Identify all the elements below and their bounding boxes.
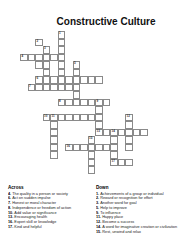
grid-cell[interactable] (73, 84, 81, 92)
grid-cell[interactable] (88, 159, 96, 167)
grid-cell[interactable] (80, 114, 88, 122)
grid-cell[interactable] (118, 159, 126, 167)
grid-cell[interactable] (95, 76, 103, 84)
grid-cell[interactable]: 7 (28, 84, 36, 92)
grid-cell[interactable] (80, 76, 88, 84)
cell-number: 7 (29, 85, 31, 88)
grid-cell[interactable] (118, 129, 126, 137)
clue-item: 17. Kind and helpful (8, 225, 92, 230)
grid-cell[interactable]: 2 (35, 39, 43, 47)
grid-cell[interactable] (103, 129, 111, 137)
crossword-grid: 1234567891011121314151617 (20, 31, 148, 174)
grid-cell[interactable] (58, 69, 66, 77)
grid-cell[interactable] (28, 54, 36, 62)
grid-cell[interactable] (65, 84, 73, 92)
cell-number: 9 (97, 100, 99, 103)
grid-cell[interactable] (95, 114, 103, 122)
grid-cell[interactable] (58, 61, 66, 69)
grid-cell[interactable] (88, 144, 96, 152)
grid-cell[interactable] (58, 76, 66, 84)
grid-cell[interactable] (125, 129, 133, 137)
grid-cell[interactable] (73, 144, 81, 152)
grid-cell[interactable] (110, 144, 118, 152)
grid-cell[interactable]: 11 (50, 114, 58, 122)
grid-cell[interactable] (103, 99, 111, 107)
grid-cell[interactable] (50, 54, 58, 62)
grid-cell[interactable] (110, 151, 118, 159)
crossword-page: Constructive Culture 1234567891011121314… (0, 0, 188, 243)
grid-cell[interactable] (73, 91, 81, 99)
grid-cell[interactable] (58, 84, 66, 92)
grid-cell[interactable] (125, 159, 133, 167)
grid-cell[interactable]: 5 (73, 61, 81, 69)
grid-cell[interactable] (88, 114, 96, 122)
puzzle-title: Constructive Culture (12, 16, 188, 27)
grid-cell[interactable] (88, 166, 96, 174)
cell-number: 11 (52, 115, 55, 118)
cell-number: 3 (44, 47, 46, 50)
grid-cell[interactable] (50, 76, 58, 84)
grid-cell[interactable] (58, 54, 66, 62)
across-header: Across (8, 185, 92, 190)
grid-cell[interactable] (80, 144, 88, 152)
grid-cell[interactable]: 9 (95, 99, 103, 107)
grid-cell[interactable] (73, 99, 81, 107)
grid-cell[interactable] (140, 129, 148, 137)
down-list: 1. Achievements of a group or individual… (96, 192, 184, 235)
cell-number: 16 (67, 145, 70, 148)
cell-number: 17 (112, 160, 115, 163)
grid-cell[interactable] (43, 61, 51, 69)
grid-cell[interactable] (58, 39, 66, 47)
grid-cell[interactable] (73, 69, 81, 77)
grid-cell[interactable] (58, 46, 66, 54)
across-clues: Across 4. The quality in a person or soc… (8, 185, 92, 230)
grid-cell[interactable] (65, 76, 73, 84)
grid-cell[interactable] (43, 54, 51, 62)
cell-number: 8 (59, 100, 61, 103)
grid-cell[interactable] (95, 121, 103, 129)
grid-cell[interactable] (35, 61, 43, 69)
grid-cell[interactable] (50, 144, 58, 152)
grid-cell[interactable] (65, 114, 73, 122)
cell-number: 2 (37, 40, 39, 43)
cell-number: 15 (89, 137, 92, 140)
grid-cell[interactable] (35, 54, 43, 62)
grid-cell[interactable] (125, 121, 133, 129)
grid-cell[interactable] (50, 151, 58, 159)
grid-cell[interactable] (43, 76, 51, 84)
clue-item: 15. Rest, unwind and relax (96, 230, 184, 235)
cell-number: 14 (112, 130, 115, 133)
cell-number: 13 (97, 130, 100, 133)
grid-cell[interactable] (73, 76, 81, 84)
grid-cell[interactable]: 12 (125, 114, 133, 122)
grid-cell[interactable] (125, 144, 133, 152)
grid-cell[interactable] (88, 76, 96, 84)
grid-cell[interactable] (43, 84, 51, 92)
cell-number: 1 (59, 32, 61, 35)
cell-number: 10 (44, 115, 47, 118)
cell-number: 5 (74, 62, 76, 65)
cell-number: 4 (22, 55, 24, 58)
grid-cell[interactable]: 15 (88, 136, 96, 144)
cell-number: 6 (37, 77, 39, 80)
grid-cell[interactable] (50, 129, 58, 137)
grid-cell[interactable]: 8 (58, 99, 66, 107)
grid-cell[interactable] (50, 84, 58, 92)
grid-cell[interactable]: 17 (110, 159, 118, 167)
grid-cell[interactable] (125, 136, 133, 144)
cell-number: 12 (127, 115, 130, 118)
down-header: Down (96, 185, 184, 190)
grid-cell[interactable] (65, 99, 73, 107)
grid-cell[interactable] (50, 136, 58, 144)
grid-cell[interactable] (103, 144, 111, 152)
grid-cell[interactable]: 10 (43, 114, 51, 122)
grid-cell[interactable]: 4 (20, 54, 28, 62)
grid-cell[interactable] (95, 106, 103, 114)
grid-cell[interactable] (58, 114, 66, 122)
grid-cell[interactable]: 13 (95, 129, 103, 137)
down-clues: Down 1. Achievements of a group or indiv… (96, 185, 184, 235)
grid-cell[interactable]: 14 (110, 129, 118, 137)
across-list: 4. The quality in a person or society6. … (8, 192, 92, 230)
grid-cell[interactable] (73, 114, 81, 122)
grid-cell[interactable] (80, 99, 88, 107)
grid-cell[interactable] (110, 136, 118, 144)
grid-cell[interactable] (88, 99, 96, 107)
grid-cell[interactable]: 16 (65, 144, 73, 152)
grid-cell[interactable] (88, 151, 96, 159)
grid-cell[interactable] (95, 144, 103, 152)
grid-cell[interactable] (35, 84, 43, 92)
grid-cell[interactable] (43, 69, 51, 77)
grid-cell[interactable] (133, 129, 141, 137)
grid-cell[interactable]: 6 (35, 76, 43, 84)
grid-cell[interactable]: 3 (43, 46, 51, 54)
grid-cell[interactable] (50, 121, 58, 129)
grid-cell[interactable]: 1 (58, 31, 66, 39)
